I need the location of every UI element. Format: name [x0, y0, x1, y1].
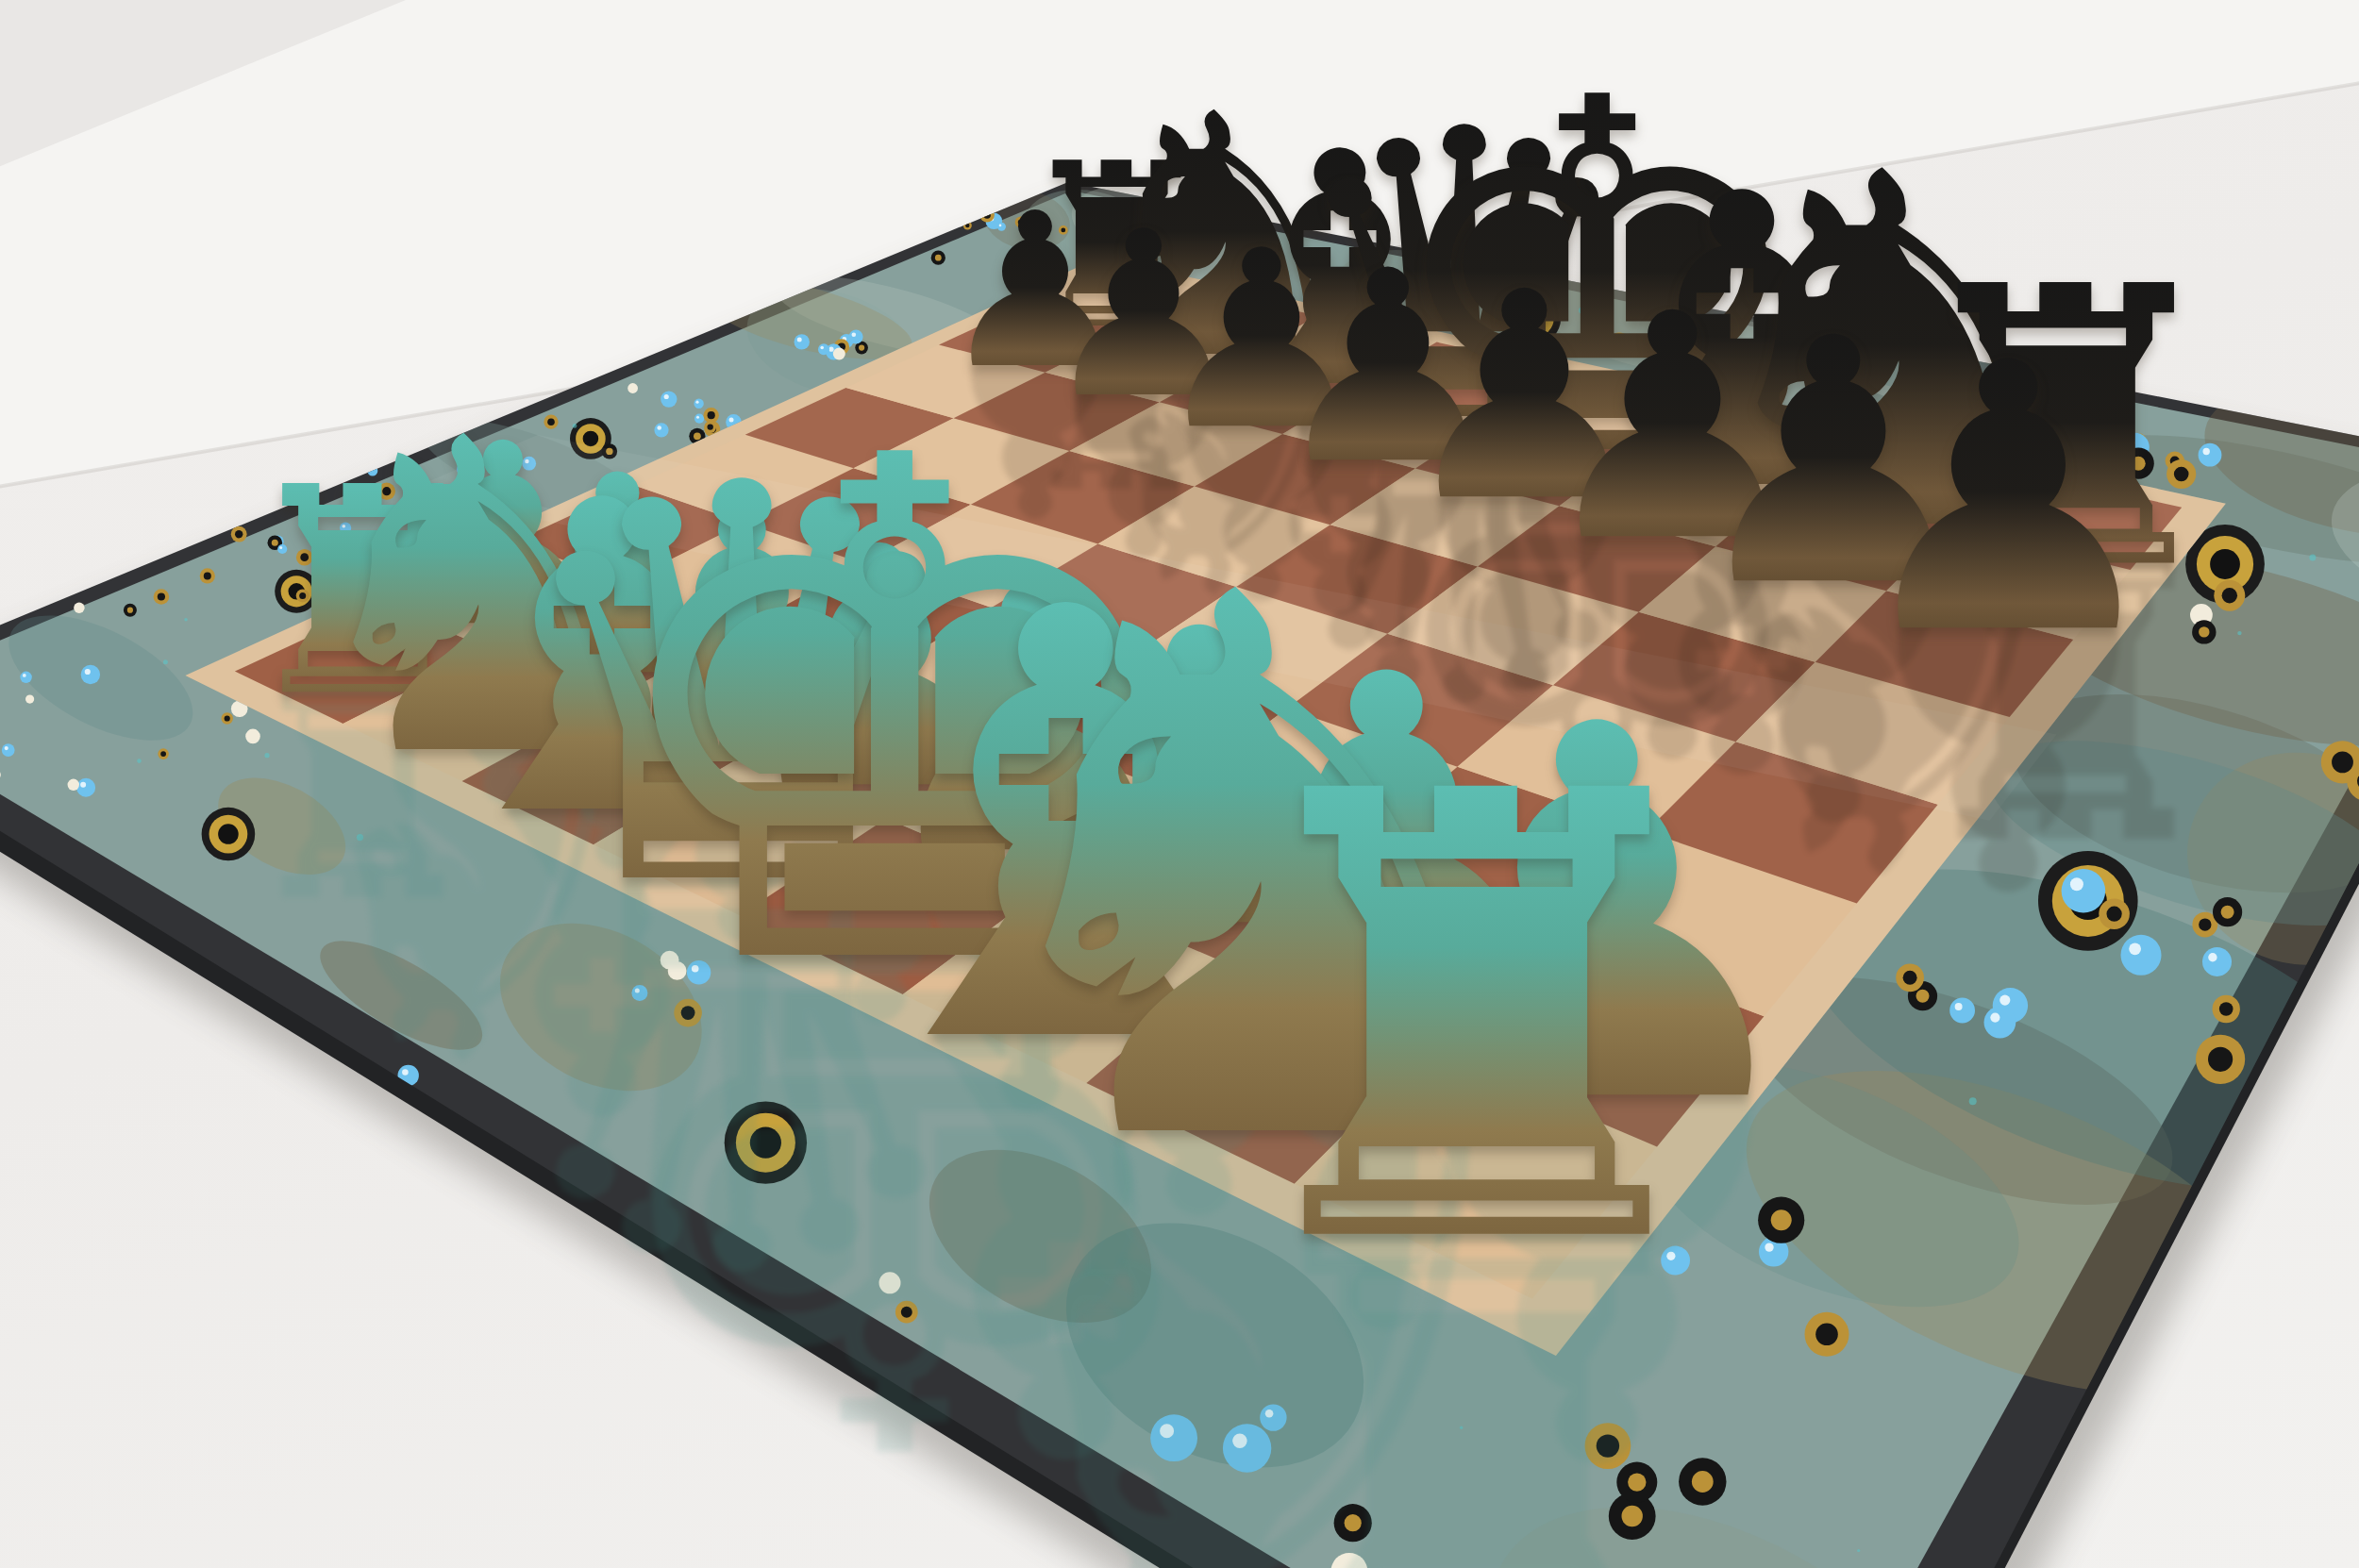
chess-board	[0, 0, 2359, 1568]
photo-scene: ♜♜♞♞♝♝♛♛♚♚♝♝♞♞♜♜♟♟♟♟♟♟♟♟♟♟♟♟♟♟♟♟♟♟♟♟♟♟♟♟…	[0, 0, 2359, 1568]
